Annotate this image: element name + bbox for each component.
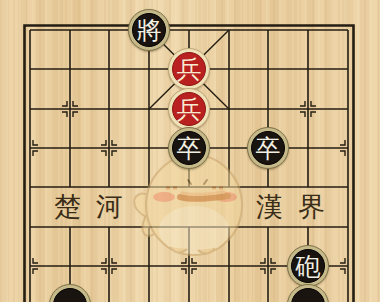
piece-black-unknown[interactable] <box>287 284 329 302</box>
piece-black-general[interactable]: 將 <box>128 9 170 51</box>
piece-glyph <box>50 285 90 302</box>
piece-glyph: 卒 <box>248 128 288 168</box>
piece-black-cannon[interactable]: 砲 <box>287 245 329 287</box>
piece-glyph <box>288 285 328 302</box>
piece-glyph: 兵 <box>169 89 209 129</box>
piece-red-soldier[interactable]: 兵 <box>168 48 210 90</box>
pieces-layer: 將兵兵卒卒砲 <box>0 0 380 302</box>
piece-glyph: 將 <box>129 10 169 50</box>
piece-black-unknown[interactable] <box>49 284 91 302</box>
piece-glyph: 砲 <box>288 246 328 286</box>
xiangqi-app-screen: 楚河 漢界 將兵兵卒卒砲 <box>0 0 380 302</box>
piece-glyph: 兵 <box>169 49 209 89</box>
piece-black-soldier[interactable]: 卒 <box>168 127 210 169</box>
piece-red-soldier[interactable]: 兵 <box>168 88 210 130</box>
piece-black-soldier[interactable]: 卒 <box>247 127 289 169</box>
piece-glyph: 卒 <box>169 128 209 168</box>
